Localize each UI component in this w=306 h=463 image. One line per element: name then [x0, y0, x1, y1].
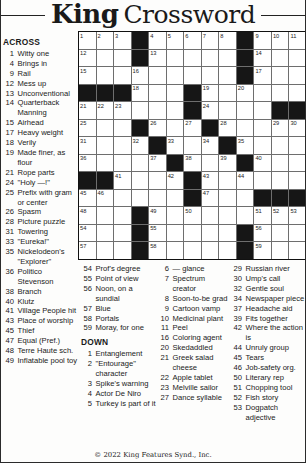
crossword-grid: 1234567891011121314151617181920212223242… — [78, 31, 306, 260]
grid-cell[interactable] — [97, 67, 114, 84]
black-square — [272, 102, 289, 119]
grid-cell[interactable] — [254, 85, 271, 102]
grid-cell[interactable]: 21 — [79, 102, 96, 119]
cell-number: 31 — [80, 138, 86, 144]
grid-cell[interactable]: 31 — [79, 137, 96, 154]
clue-item: 42Where the action is — [231, 323, 305, 343]
clue-item: 31Towering — [3, 227, 78, 237]
clue-number: 4 — [3, 59, 14, 69]
grid-cell[interactable] — [272, 172, 289, 189]
clue-text: Greek salad cheese — [173, 353, 231, 373]
clue-number: 17 — [3, 128, 14, 138]
clue-item: 29Russian river — [231, 264, 305, 274]
cell-number: 4 — [150, 33, 153, 39]
grid-cell[interactable]: 41 — [114, 172, 131, 189]
cell-number: 23 — [115, 103, 121, 109]
cell-number: 29 — [273, 120, 279, 126]
grid-cell[interactable] — [167, 190, 184, 207]
grid-cell[interactable] — [272, 137, 289, 154]
grid-cell[interactable] — [184, 137, 201, 154]
grid-cell[interactable] — [289, 155, 306, 172]
clue-item: 33"Eureka!" — [3, 237, 78, 247]
grid-cell[interactable]: 49 — [149, 207, 166, 224]
clue-item: 48Terre Haute sch. — [3, 346, 78, 356]
clue-number: 9 — [158, 304, 169, 314]
clue-item: 7Spectrum creator — [158, 274, 230, 294]
clue-number: 7 — [158, 274, 169, 294]
clue-text: Made finer, as flour — [18, 148, 79, 168]
grid-cell[interactable] — [132, 102, 149, 119]
page-title: KingCrossword — [45, 0, 261, 29]
grid-cell[interactable]: 1 — [79, 32, 96, 49]
clue-text: Job-safety org. — [246, 363, 306, 373]
grid-cell[interactable]: 23 — [114, 102, 131, 119]
black-square — [97, 172, 114, 189]
bottom-column-1: 54Prof's degree55Point of view56Noon, on… — [81, 264, 158, 409]
grid-cell[interactable]: 7 — [202, 32, 219, 49]
clue-item: 1Witty one — [3, 49, 78, 59]
grid-cell[interactable]: 28 — [219, 120, 236, 137]
grid-cell[interactable] — [272, 155, 289, 172]
clue-number: 16 — [158, 333, 169, 343]
clue-item: 41Village People hit — [3, 306, 78, 316]
clue-item: 46Job-safety org. — [231, 363, 305, 373]
clue-number: 14 — [3, 98, 14, 118]
grid-cell[interactable]: 17 — [254, 67, 271, 84]
black-square — [79, 85, 96, 102]
clue-item: 52Fish story — [231, 393, 305, 403]
clue-number: 34 — [231, 294, 242, 304]
grid-cell[interactable]: 26 — [149, 120, 166, 137]
clue-text: Village People hit — [18, 306, 79, 316]
grid-cell[interactable]: 55 — [149, 225, 166, 242]
clue-number: 11 — [158, 323, 169, 333]
grid-cell[interactable] — [237, 120, 254, 137]
clue-text: Melville sailor — [173, 383, 231, 393]
clue-number: 43 — [3, 316, 14, 326]
clue-item: 23Melville sailor — [158, 383, 230, 393]
cell-number: 45 — [80, 190, 86, 196]
across-clue-column: ACROSS 1Witty one4Brings in9Rail12Mess u… — [3, 38, 78, 366]
cell-number: 7 — [203, 33, 206, 39]
grid-cell[interactable]: 11 — [289, 32, 306, 49]
grid-cell[interactable]: 20 — [237, 85, 254, 102]
clue-item: 20Skedaddled — [158, 343, 230, 353]
grid-cell[interactable] — [219, 67, 236, 84]
grid-cell[interactable] — [254, 172, 271, 189]
cell-number: 43 — [203, 173, 209, 179]
clue-number: 42 — [231, 323, 242, 343]
grid-cell[interactable] — [237, 102, 254, 119]
cell-number: 15 — [80, 68, 86, 74]
grid-cell[interactable] — [167, 242, 184, 259]
clue-item: 59Moray, for one — [81, 323, 158, 333]
grid-cell[interactable] — [219, 242, 236, 259]
grid-cell[interactable] — [167, 50, 184, 67]
grid-cell[interactable] — [114, 207, 131, 224]
cell-number: 42 — [168, 173, 174, 179]
grid-cell[interactable]: 57 — [79, 242, 96, 259]
bottom-column-2: 6— glance7Spectrum creator8Soon-to-be gr… — [158, 264, 230, 403]
title-brand: King — [51, 0, 119, 29]
black-square — [184, 190, 201, 207]
grid-cell[interactable] — [114, 225, 131, 242]
grid-cell[interactable] — [97, 120, 114, 137]
clue-item: 40Klutz — [3, 297, 78, 307]
clue-text: Brings in — [18, 59, 79, 69]
cell-number: 21 — [80, 103, 86, 109]
grid-cell[interactable] — [289, 225, 306, 242]
clue-number: 29 — [231, 264, 242, 274]
clue-number: 20 — [158, 343, 169, 353]
clue-text: Heavy weight — [18, 128, 79, 138]
grid-cell[interactable] — [114, 190, 131, 207]
clue-item: 54Prof's degree — [81, 264, 158, 274]
grid-cell[interactable] — [97, 50, 114, 67]
grid-cell[interactable] — [202, 225, 219, 242]
grid-cell[interactable]: 59 — [254, 242, 271, 259]
cell-number: 24 — [203, 103, 209, 109]
clue-text: Actor De Niro — [96, 389, 159, 399]
cell-number: 57 — [80, 243, 86, 249]
clue-item: 6— glance — [158, 264, 230, 274]
grid-cell[interactable] — [289, 85, 306, 102]
clue-item: 38Branch — [3, 287, 78, 297]
clue-number: 49 — [3, 356, 14, 366]
clue-text: Spasm — [18, 207, 79, 217]
grid-cell[interactable] — [149, 172, 166, 189]
clue-number: 23 — [158, 383, 169, 393]
clue-text: Prefix with gram or center — [18, 188, 79, 208]
grid-cell[interactable] — [167, 85, 184, 102]
clue-number: 37 — [231, 304, 242, 314]
grid-cell[interactable] — [114, 155, 131, 172]
clue-text: Newspaper piece — [246, 294, 306, 304]
grid-cell[interactable]: 48 — [79, 207, 96, 224]
grid-cell[interactable] — [97, 155, 114, 172]
grid-cell[interactable]: 52 — [272, 207, 289, 224]
grid-cell[interactable]: 42 — [167, 172, 184, 189]
grid-cell[interactable] — [272, 225, 289, 242]
title-rest: Crossword — [123, 0, 255, 29]
clue-item: 51Chopping tool — [231, 383, 305, 393]
grid-cell[interactable] — [289, 50, 306, 67]
clue-number: 25 — [3, 188, 14, 208]
clue-text: Witty one — [18, 49, 79, 59]
grid-cell[interactable] — [132, 155, 149, 172]
clue-item: 11Peel — [158, 323, 230, 333]
grid-cell[interactable]: 5 — [167, 32, 184, 49]
black-square — [237, 32, 254, 49]
grid-cell[interactable] — [97, 207, 114, 224]
clue-item: 50Literary rep — [231, 373, 305, 383]
clue-text: Soon-to-be grad — [173, 294, 231, 304]
grid-cell[interactable] — [167, 67, 184, 84]
black-square — [289, 102, 306, 119]
grid-cell[interactable] — [202, 50, 219, 67]
clue-item: 18Verily — [3, 138, 78, 148]
cell-number: 19 — [203, 85, 209, 91]
grid-cell[interactable]: 22 — [97, 102, 114, 119]
grid-cell[interactable] — [219, 190, 236, 207]
clue-item: 9Rail — [3, 69, 78, 79]
black-square — [237, 155, 254, 172]
clue-text: Russian river — [246, 264, 306, 274]
cell-number: 49 — [150, 208, 156, 214]
clue-item: 32Gentle soul — [231, 284, 305, 294]
grid-cell[interactable] — [97, 137, 114, 154]
grid-cell[interactable] — [97, 225, 114, 242]
clue-text: Klutz — [18, 297, 79, 307]
clue-number: 12 — [3, 79, 14, 89]
black-square — [272, 190, 289, 207]
grid-cell[interactable] — [254, 137, 271, 154]
grid-cell[interactable] — [167, 102, 184, 119]
copyright-line: © 2022 King Features Synd., Inc. — [1, 451, 305, 459]
grid-cell[interactable]: 34 — [202, 137, 219, 154]
cell-number: 12 — [80, 50, 86, 56]
grid-cell[interactable]: 4 — [149, 32, 166, 49]
cell-number: 1 — [80, 33, 83, 39]
cell-number: 18 — [133, 85, 139, 91]
clue-text: Picture puzzle — [18, 217, 79, 227]
black-square — [219, 137, 236, 154]
clue-item: 3Spike's warning — [81, 379, 158, 389]
grid-cell[interactable]: 43 — [202, 172, 219, 189]
grid-cell[interactable]: 16 — [132, 67, 149, 84]
grid-cell[interactable] — [132, 172, 149, 189]
grid-cell[interactable] — [184, 50, 201, 67]
grid-cell[interactable] — [219, 207, 236, 224]
grid-cell[interactable]: 6 — [184, 32, 201, 49]
grid-cell[interactable]: 37 — [149, 155, 166, 172]
grid-cell[interactable]: 47 — [202, 190, 219, 207]
clue-item: 26Spasm — [3, 207, 78, 217]
clue-number: 52 — [231, 393, 242, 403]
grid-cell[interactable] — [219, 85, 236, 102]
grid-cell[interactable]: 32 — [132, 137, 149, 154]
clue-number: 24 — [3, 178, 14, 188]
grid-cell[interactable] — [272, 242, 289, 259]
black-square — [132, 242, 149, 259]
grid-cell[interactable]: 54 — [79, 225, 96, 242]
clue-item: 21Greek salad cheese — [158, 353, 230, 373]
clue-number: 45 — [231, 353, 242, 363]
grid-cell[interactable] — [114, 67, 131, 84]
masthead-rule-right — [261, 15, 305, 17]
grid-cell[interactable] — [167, 120, 184, 137]
clue-number: 22 — [158, 373, 169, 383]
black-square — [132, 50, 149, 67]
clue-text: Gentle soul — [246, 284, 306, 294]
grid-cell[interactable] — [289, 242, 306, 259]
clue-text: Quarterback Manning — [18, 98, 79, 118]
clue-item: 43Place of worship — [3, 316, 78, 326]
grid-cell[interactable]: 58 — [149, 242, 166, 259]
grid-cell[interactable] — [184, 67, 201, 84]
clue-text: Fish story — [246, 393, 306, 403]
grid-cell[interactable]: 10 — [272, 32, 289, 49]
grid-cell[interactable]: 44 — [237, 172, 254, 189]
grid-cell[interactable] — [289, 137, 306, 154]
clue-item: 37Headache aid — [231, 304, 305, 314]
grid-cell[interactable]: 15 — [79, 67, 96, 84]
clue-number: 57 — [81, 304, 92, 314]
grid-cell[interactable] — [219, 172, 236, 189]
grid-cell[interactable] — [202, 242, 219, 259]
cell-number: 51 — [255, 208, 261, 214]
clue-text: Dance syllable — [173, 393, 231, 403]
clue-number: 38 — [3, 287, 14, 297]
clue-number: 47 — [3, 336, 14, 346]
grid-cell[interactable] — [219, 225, 236, 242]
grid-cell[interactable]: 8 — [219, 32, 236, 49]
grid-cell[interactable] — [184, 242, 201, 259]
grid-cell[interactable] — [289, 172, 306, 189]
cell-number: 52 — [273, 208, 279, 214]
cell-number: 34 — [203, 138, 209, 144]
grid-cell[interactable] — [149, 102, 166, 119]
clue-item: 15Airhead — [3, 118, 78, 128]
clue-number: 33 — [3, 237, 14, 247]
grid-cell[interactable] — [272, 67, 289, 84]
grid-cell[interactable] — [149, 67, 166, 84]
cell-number: 32 — [133, 138, 139, 144]
grid-cell[interactable]: 35 — [237, 137, 254, 154]
grid-cell[interactable]: 51 — [254, 207, 271, 224]
cell-number: 20 — [238, 85, 244, 91]
clue-text: Thief — [18, 326, 79, 336]
grid-cell[interactable] — [149, 85, 166, 102]
grid-cell[interactable] — [114, 242, 131, 259]
grid-cell[interactable] — [114, 137, 131, 154]
clue-item: 39Fits together — [231, 314, 305, 324]
grid-cell[interactable]: 27 — [184, 120, 201, 137]
clue-text: Nickelodeon's "Explorer" — [18, 247, 79, 267]
grid-cell[interactable] — [132, 190, 149, 207]
grid-cell[interactable]: 29 — [272, 120, 289, 137]
grid-cell[interactable] — [272, 50, 289, 67]
grid-cell[interactable] — [272, 85, 289, 102]
grid-cell[interactable]: 9 — [254, 32, 271, 49]
grid-cell[interactable] — [202, 67, 219, 84]
cell-number: 10 — [273, 33, 279, 39]
clue-text: Blue — [96, 304, 159, 314]
grid-cell[interactable] — [219, 50, 236, 67]
grid-cell[interactable] — [237, 207, 254, 224]
clue-number: 9 — [3, 69, 14, 79]
grid-cell[interactable]: 14 — [254, 50, 271, 67]
grid-cell[interactable]: 13 — [149, 50, 166, 67]
clue-number: 55 — [81, 274, 92, 284]
grid-cell[interactable] — [167, 225, 184, 242]
grid-cell[interactable]: 56 — [254, 225, 271, 242]
grid-cell[interactable]: 19 — [202, 85, 219, 102]
grid-cell[interactable]: 38 — [184, 155, 201, 172]
clue-text: "Entourage" character — [96, 359, 159, 379]
clue-number: 8 — [158, 294, 169, 304]
grid-cell[interactable]: 18 — [132, 85, 149, 102]
clue-number: 46 — [231, 363, 242, 373]
clue-item: 22Apple tablet — [158, 373, 230, 383]
cell-number: 35 — [238, 138, 244, 144]
clue-text: Equal (Pref.) — [18, 336, 79, 346]
clue-item: 49Inflatable pool toy — [3, 356, 78, 366]
grid-cell[interactable]: 39 — [219, 155, 236, 172]
clue-item: 10Medicinal plant — [158, 314, 230, 324]
black-square — [184, 102, 201, 119]
grid-cell[interactable] — [254, 120, 271, 137]
clue-number: 59 — [81, 323, 92, 333]
grid-cell[interactable]: 46 — [97, 190, 114, 207]
clue-item: 30Ump's call — [231, 274, 305, 284]
grid-cell[interactable]: 25 — [79, 120, 96, 137]
grid-cell[interactable] — [97, 242, 114, 259]
clue-text: Headache aid — [246, 304, 306, 314]
grid-cell[interactable] — [149, 190, 166, 207]
cell-number: 39 — [220, 155, 226, 161]
grid-cell[interactable] — [114, 120, 131, 137]
grid-cell[interactable]: 45 — [79, 190, 96, 207]
grid-cell[interactable]: 33 — [167, 137, 184, 154]
clue-number: 1 — [3, 49, 14, 59]
clue-number: 21 — [158, 353, 169, 373]
clue-item: 24"Holy —!" — [3, 178, 78, 188]
grid-cell[interactable] — [254, 102, 271, 119]
clue-number: 53 — [231, 403, 242, 423]
grid-cell[interactable] — [202, 207, 219, 224]
clue-item: 2"Entourage" character — [81, 359, 158, 379]
cell-number: 6 — [185, 33, 188, 39]
clue-number: 58 — [81, 314, 92, 324]
grid-cell[interactable]: 12 — [79, 50, 96, 67]
black-square — [237, 225, 254, 242]
grid-cell[interactable] — [184, 225, 201, 242]
clue-text: Mess up — [18, 79, 79, 89]
grid-cell[interactable] — [289, 67, 306, 84]
grid-cell[interactable] — [114, 50, 131, 67]
cell-number: 36 — [80, 155, 86, 161]
grid-cell[interactable]: 50 — [184, 207, 201, 224]
grid-cell[interactable]: 2 — [97, 32, 114, 49]
cell-number: 59 — [255, 243, 261, 249]
clue-text: Entanglement — [96, 349, 159, 359]
black-square — [132, 207, 149, 224]
grid-cell[interactable]: 24 — [202, 102, 219, 119]
grid-cell[interactable]: 3 — [114, 32, 131, 49]
black-square — [202, 120, 219, 137]
clue-text: Apple tablet — [173, 373, 231, 383]
grid-cell[interactable]: 53 — [289, 207, 306, 224]
clue-item: 35Nickelodeon's "Explorer" — [3, 247, 78, 267]
clue-text: Fits together — [246, 314, 306, 324]
grid-cell[interactable]: 30 — [289, 120, 306, 137]
grid-cell[interactable] — [202, 155, 219, 172]
grid-cell[interactable]: 40 — [254, 155, 271, 172]
cell-number: 3 — [115, 33, 118, 39]
clue-number: 19 — [3, 148, 14, 168]
clue-text: — glance — [173, 264, 231, 274]
grid-cell[interactable] — [219, 102, 236, 119]
grid-cell[interactable] — [167, 207, 184, 224]
clue-number: 18 — [3, 138, 14, 148]
grid-cell[interactable]: 36 — [79, 155, 96, 172]
clue-text: Spike's warning — [96, 379, 159, 389]
cell-number: 44 — [238, 173, 244, 179]
clue-item: 13Unconventional — [3, 89, 78, 99]
clue-item: 45Tears — [231, 353, 305, 363]
grid-cell[interactable] — [237, 190, 254, 207]
